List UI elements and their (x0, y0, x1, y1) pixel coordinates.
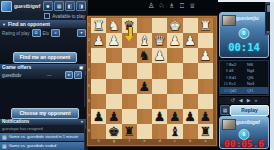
find-opponent-title: Find an opponent (8, 21, 50, 27)
white-pawn: ♟ (198, 48, 213, 63)
white-king: ♚ (167, 18, 182, 33)
available-to-play-row[interactable]: Available to play (44, 13, 85, 19)
file-label: h (91, 139, 106, 145)
square[interactable] (152, 124, 167, 139)
square[interactable] (152, 79, 167, 94)
square[interactable] (106, 94, 121, 109)
player-avatar (222, 119, 236, 130)
move-row[interactable]: 11Qd2Qf1 (220, 87, 268, 94)
black-pawn: ♟ (167, 109, 182, 124)
black-bishop: ♝ (167, 124, 182, 139)
square[interactable]: ♜ (122, 124, 137, 139)
players-icon[interactable]: ☻ (43, 1, 53, 11)
accept-offer-icon[interactable]: ✓ (74, 71, 82, 79)
file-label: b (183, 139, 198, 145)
square[interactable]: ♜ (91, 18, 106, 33)
square[interactable] (137, 94, 152, 109)
square[interactable] (183, 79, 198, 94)
black-move: Ng4 (247, 68, 265, 73)
move-row[interactable]: 10Kc1Ne3 (220, 81, 268, 88)
black-move: Qf1 (247, 88, 265, 93)
square[interactable] (198, 33, 213, 48)
square[interactable] (91, 79, 106, 94)
file-label: d (152, 139, 167, 145)
opponent-clock: 00:14 (220, 41, 268, 53)
file-label: f (122, 139, 137, 145)
rook-icon[interactable]: ♖ (179, 1, 185, 11)
black-knight: ♞ (137, 48, 152, 63)
available-label: Available to play (52, 14, 85, 19)
square[interactable] (167, 94, 182, 109)
square[interactable]: ♟ (167, 109, 182, 124)
board-icon: ▦ (2, 134, 7, 140)
square[interactable] (152, 63, 167, 78)
square[interactable]: ♜ (198, 18, 213, 33)
square[interactable] (183, 124, 198, 139)
square[interactable] (183, 63, 198, 78)
pawn-icon[interactable]: ♙ (148, 1, 154, 11)
elo-label: Elo (43, 31, 50, 36)
board-icon[interactable]: ▦ (54, 1, 64, 11)
square[interactable] (167, 79, 182, 94)
square[interactable] (91, 63, 106, 78)
offer-rating-value: — (34, 73, 66, 78)
chevron-down-icon: ▼ (2, 22, 6, 27)
player-clock: 00:05.6 (220, 138, 268, 149)
square[interactable] (122, 48, 137, 63)
rating-filter-row: Rating of play ♔ Elo ± ▾ (0, 29, 88, 37)
square[interactable]: ♟ (91, 33, 106, 48)
square[interactable]: ♟ (198, 109, 213, 124)
move-number: 8 (220, 68, 229, 73)
square[interactable]: ♟ (106, 33, 121, 48)
game-offers-list: guestbidv—▸✓ (0, 71, 84, 79)
notification-row[interactable]: ▦Game vs. guestbidv ended (0, 142, 84, 150)
white-queen: ♛ (152, 33, 167, 48)
white-pawn: ♟ (106, 33, 121, 48)
game-sidebar: guestenjtu 0 00:14 7Be2Nf68d3Ng49Kd1Qf61… (218, 0, 270, 150)
square[interactable] (106, 63, 121, 78)
file-label: e (137, 139, 152, 145)
square[interactable]: ♟ (198, 48, 213, 63)
captured-pieces-bar: ♙♘♗♖♕ (148, 1, 195, 11)
fast-forward-icon[interactable]: » (255, 97, 258, 104)
rating-label: Rating of play (2, 31, 30, 36)
toggle-right-icon[interactable]: ◨ (76, 1, 86, 11)
black-move: Qf6 (247, 75, 265, 80)
toggle-left-icon[interactable]: ◧ (65, 1, 75, 11)
view-offer-icon[interactable]: ▸ (65, 71, 73, 79)
step-forward-icon[interactable]: ▶ (247, 97, 251, 104)
last-move-arrow (128, 27, 133, 36)
square[interactable] (137, 109, 152, 124)
sparkchess-app: guestbigwf ☻▦◧◨ Available to play ▼Find … (0, 0, 274, 150)
window-edge (270, 0, 274, 150)
game-offers-title: Game offers (2, 64, 31, 70)
opponent-rating-badge: 0 (239, 28, 250, 39)
game-offers-header: Game offers▣ (0, 64, 88, 71)
square[interactable]: ♟ (106, 109, 121, 124)
white-rook: ♜ (198, 18, 213, 33)
square[interactable] (152, 94, 167, 109)
white-knight: ♞ (106, 18, 121, 33)
notification-text: Game vs. guestbidv started in 1 minute (9, 134, 78, 139)
white-move: Qd2 (229, 88, 247, 93)
square[interactable] (122, 94, 137, 109)
square[interactable] (91, 94, 106, 109)
white-move: Kd1 (229, 75, 247, 80)
square[interactable] (167, 48, 182, 63)
white-pawn: ♟ (167, 33, 182, 48)
window-edge-top (218, 0, 274, 2)
black-pawn: ♟ (198, 109, 213, 124)
square[interactable] (167, 63, 182, 78)
black-pawn: ♟ (106, 109, 121, 124)
square[interactable] (91, 48, 106, 63)
chess-board-frame: 12345678 hgfedcba ♜♞♛♚♜♟♟♝♛♟♟♞♟♟♟♟♟♟♟♟♟♚… (86, 15, 218, 147)
opponent-card: guestenjtu 0 00:14 (219, 12, 269, 58)
white-pawn: ♟ (91, 33, 106, 48)
square[interactable] (198, 94, 213, 109)
user-bar-icons: ☻▦◧◨ (43, 1, 86, 11)
square[interactable]: ♞ (137, 48, 152, 63)
game-offer-row[interactable]: guestbidv—▸✓ (0, 71, 84, 79)
square[interactable]: ♟ (183, 109, 198, 124)
move-list: 7Be2Nf68d3Ng49Kd1Qf610Kc1Ne311Qd2Qf1 (219, 60, 269, 96)
square[interactable] (183, 48, 198, 63)
square[interactable]: ♚ (106, 124, 121, 139)
find-me-an-opponent-button[interactable]: Find me an opponent (13, 52, 77, 63)
white-move: Kc1 (229, 81, 247, 86)
square[interactable] (122, 109, 137, 124)
black-pawn: ♟ (91, 109, 106, 124)
filter-toggle-icon[interactable]: ▾ (77, 29, 86, 37)
square[interactable] (137, 63, 152, 78)
black-move: Ne3 (247, 81, 265, 86)
player-name: guestbigwf (236, 120, 260, 125)
move-number: 9 (220, 75, 229, 80)
move-number: 10 (220, 81, 229, 86)
file-label: c (167, 139, 182, 145)
square[interactable] (137, 124, 152, 139)
step-back-icon[interactable]: ◀ (239, 97, 243, 104)
square[interactable] (198, 63, 213, 78)
white-move: Be2 (229, 62, 247, 67)
square[interactable]: ♟ (152, 48, 167, 63)
username: guestbigwf (14, 3, 43, 9)
move-number: 11 (220, 88, 229, 93)
offers-filter-icon[interactable]: ▣ (79, 64, 83, 71)
square[interactable] (91, 124, 106, 139)
offer-actions: ▸✓ (65, 71, 82, 79)
replay-button[interactable]: Replay (230, 105, 269, 116)
white-pawn: ♟ (183, 33, 198, 48)
square[interactable]: ♟ (137, 79, 152, 94)
black-rook: ♜ (198, 124, 213, 139)
opponent-name: guestenjtu (236, 16, 259, 21)
avatar (1, 1, 12, 12)
available-checkbox[interactable] (44, 13, 50, 19)
replay-row: ▦ Replay (219, 105, 269, 114)
replay-controls: ↺◀▶» (219, 97, 269, 104)
square[interactable] (122, 79, 137, 94)
square[interactable]: ♟ (152, 109, 167, 124)
choose-my-opponent-button[interactable]: Choose my opponent (11, 108, 79, 119)
elo-toggle-icon[interactable]: ± (51, 29, 60, 37)
square[interactable] (106, 79, 121, 94)
square[interactable] (137, 18, 152, 33)
white-move: d3 (229, 68, 247, 73)
white-bishop: ♝ (137, 33, 152, 48)
offer-player-name: guestbidv (2, 73, 34, 78)
square[interactable]: ♟ (167, 33, 182, 48)
move-number: 7 (220, 62, 229, 67)
queen-icon[interactable]: ♕ (189, 1, 195, 11)
colour-toggle-icon[interactable]: ♔ (32, 29, 41, 37)
knight-icon[interactable]: ♘ (158, 1, 164, 11)
square[interactable] (122, 63, 137, 78)
black-move: Nf6 (247, 62, 265, 67)
square[interactable] (183, 94, 198, 109)
square[interactable]: ♟ (183, 33, 198, 48)
file-labels: hgfedcba (91, 139, 213, 145)
square[interactable]: ♝ (137, 33, 152, 48)
square[interactable]: ♝ (167, 124, 182, 139)
rewind-icon[interactable]: ↺ (231, 97, 235, 104)
file-label: a (198, 139, 213, 145)
user-bar: guestbigwf ☻▦◧◨ (0, 0, 88, 12)
player-card: guestbigwf 0 00:05.6 (219, 116, 269, 149)
replay-board-icon[interactable]: ▦ (220, 105, 230, 115)
square[interactable]: ♛ (152, 33, 167, 48)
notifications-list: guestxyw has resigned▦Game vs. guestbidv… (0, 125, 84, 150)
black-pawn: ♟ (152, 109, 167, 124)
game-area: ♙♘♗♖♕ 12345678 hgfedcba ♜♞♛♚♜♟♟♝♛♟♟♞♟♟♟♟… (88, 0, 218, 150)
notification-text: Game vs. guestbidv ended (9, 143, 57, 148)
bishop-icon[interactable]: ♗ (169, 1, 175, 11)
square[interactable]: ♜ (198, 124, 213, 139)
square[interactable]: ♞ (106, 18, 121, 33)
square[interactable] (183, 18, 198, 33)
white-pawn: ♟ (152, 48, 167, 63)
last-move-arrow-head (125, 36, 133, 41)
move-row[interactable]: 9Kd1Qf6 (220, 74, 268, 81)
chess-board: ♜♞♛♚♜♟♟♝♛♟♟♞♟♟♟♟♟♟♟♟♟♚♜♝♜ (91, 18, 213, 139)
find-opponent-header[interactable]: ▼Find an opponent (0, 20, 88, 28)
notifications-title: Notifications (2, 119, 29, 124)
black-king: ♚ (106, 124, 121, 139)
opponent-avatar (222, 15, 236, 26)
square[interactable] (198, 79, 213, 94)
move-row[interactable]: 8d3Ng4 (220, 68, 268, 75)
move-row[interactable]: 7Be2Nf6 (220, 61, 268, 68)
notification-row[interactable]: guestxyw has resigned (0, 125, 84, 132)
board-icon: ▦ (2, 143, 7, 149)
notification-text: guestxyw has resigned (2, 126, 43, 131)
square[interactable] (152, 18, 167, 33)
square[interactable]: ♚ (167, 18, 182, 33)
lobby-panel: guestbigwf ☻▦◧◨ Available to play ▼Find … (0, 0, 88, 150)
square[interactable]: ♟ (91, 109, 106, 124)
notification-row[interactable]: ▦Game vs. guestbidv started in 1 minute (0, 133, 84, 141)
file-label: g (106, 139, 121, 145)
square[interactable] (106, 48, 121, 63)
black-pawn: ♟ (183, 109, 198, 124)
white-rook: ♜ (91, 18, 106, 33)
black-pawn: ♟ (137, 79, 152, 94)
black-rook: ♜ (122, 124, 137, 139)
